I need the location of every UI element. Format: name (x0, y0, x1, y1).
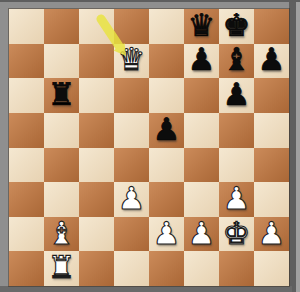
square-d8[interactable] (114, 9, 149, 44)
square-a3[interactable] (9, 182, 44, 217)
black-king-g8[interactable]: ♚ (223, 10, 251, 41)
square-h1[interactable] (254, 251, 289, 286)
square-g4[interactable] (219, 148, 254, 183)
square-b2[interactable]: ♝ (44, 217, 79, 252)
square-c1[interactable] (79, 251, 114, 286)
square-e2[interactable]: ♟ (149, 217, 184, 252)
frame-bottom-edge (0, 286, 292, 292)
black-pawn-h7[interactable]: ♟ (258, 44, 286, 75)
square-d7[interactable]: ♛ (114, 44, 149, 79)
black-bishop-g7[interactable]: ♝ (223, 44, 251, 75)
square-c2[interactable] (79, 217, 114, 252)
square-d4[interactable] (114, 148, 149, 183)
square-c3[interactable] (79, 182, 114, 217)
square-f7[interactable]: ♟ (184, 44, 219, 79)
square-g2[interactable]: ♚ (219, 217, 254, 252)
square-f3[interactable] (184, 182, 219, 217)
white-bishop-b2[interactable]: ♝ (48, 218, 76, 249)
square-a4[interactable] (9, 148, 44, 183)
square-h5[interactable] (254, 113, 289, 148)
black-queen-f8[interactable]: ♛ (188, 10, 216, 41)
square-c6[interactable] (79, 78, 114, 113)
black-pawn-f7[interactable]: ♟ (188, 44, 216, 75)
square-g7[interactable]: ♝ (219, 44, 254, 79)
square-a7[interactable] (9, 44, 44, 79)
white-queen-d7[interactable]: ♛ (118, 44, 146, 75)
square-d2[interactable] (114, 217, 149, 252)
square-f2[interactable]: ♟ (184, 217, 219, 252)
square-c7[interactable] (79, 44, 114, 79)
square-g8[interactable]: ♚ (219, 9, 254, 44)
frame-right-edge (289, 2, 300, 292)
square-f6[interactable] (184, 78, 219, 113)
black-rook-b6[interactable]: ♜ (48, 79, 76, 110)
square-e4[interactable] (149, 148, 184, 183)
square-d6[interactable] (114, 78, 149, 113)
chess-board[interactable]: ♛♚♛♟♝♟♜♟♟♟♟♝♟♟♚♟♜ (9, 9, 289, 286)
square-f4[interactable] (184, 148, 219, 183)
white-rook-b1[interactable]: ♜ (48, 252, 76, 283)
square-a8[interactable] (9, 9, 44, 44)
square-g6[interactable]: ♟ (219, 78, 254, 113)
square-f1[interactable] (184, 251, 219, 286)
square-h2[interactable]: ♟ (254, 217, 289, 252)
square-b1[interactable]: ♜ (44, 251, 79, 286)
square-h3[interactable] (254, 182, 289, 217)
square-b4[interactable] (44, 148, 79, 183)
square-g3[interactable]: ♟ (219, 182, 254, 217)
square-e3[interactable] (149, 182, 184, 217)
white-pawn-d3[interactable]: ♟ (118, 183, 146, 214)
white-pawn-g3[interactable]: ♟ (223, 183, 251, 214)
square-d3[interactable]: ♟ (114, 182, 149, 217)
square-e8[interactable] (149, 9, 184, 44)
square-f8[interactable]: ♛ (184, 9, 219, 44)
square-g5[interactable] (219, 113, 254, 148)
square-h6[interactable] (254, 78, 289, 113)
chess-app-window: ♛♚♛♟♝♟♜♟♟♟♟♝♟♟♚♟♜ (0, 0, 300, 292)
square-b7[interactable] (44, 44, 79, 79)
square-b8[interactable] (44, 9, 79, 44)
square-g1[interactable] (219, 251, 254, 286)
square-e6[interactable] (149, 78, 184, 113)
square-c4[interactable] (79, 148, 114, 183)
square-a5[interactable] (9, 113, 44, 148)
square-h4[interactable] (254, 148, 289, 183)
square-c8[interactable] (79, 9, 114, 44)
white-pawn-h2[interactable]: ♟ (258, 218, 286, 249)
square-d1[interactable] (114, 251, 149, 286)
square-a1[interactable] (9, 251, 44, 286)
square-e1[interactable] (149, 251, 184, 286)
square-f5[interactable] (184, 113, 219, 148)
white-king-g2[interactable]: ♚ (223, 218, 251, 249)
square-e5[interactable]: ♟ (149, 113, 184, 148)
square-e7[interactable] (149, 44, 184, 79)
square-b3[interactable] (44, 182, 79, 217)
square-a2[interactable] (9, 217, 44, 252)
square-d5[interactable] (114, 113, 149, 148)
black-pawn-e5[interactable]: ♟ (153, 114, 181, 145)
square-c5[interactable] (79, 113, 114, 148)
square-h7[interactable]: ♟ (254, 44, 289, 79)
square-h8[interactable] (254, 9, 289, 44)
white-pawn-f2[interactable]: ♟ (188, 218, 216, 249)
square-b6[interactable]: ♜ (44, 78, 79, 113)
black-pawn-g6[interactable]: ♟ (223, 79, 251, 110)
white-pawn-e2[interactable]: ♟ (153, 218, 181, 249)
square-a6[interactable] (9, 78, 44, 113)
square-b5[interactable] (44, 113, 79, 148)
